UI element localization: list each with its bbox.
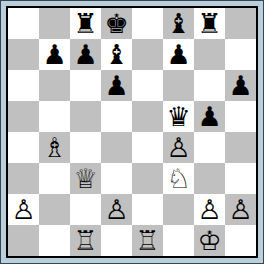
square-h3[interactable] [225, 163, 256, 194]
white-king: ♔ [197, 225, 221, 256]
black-rook: ♜ [197, 8, 221, 39]
square-a3[interactable] [8, 163, 39, 194]
black-pawn: ♟ [73, 39, 97, 70]
square-f6[interactable] [163, 70, 194, 101]
chess-board: ♜♚♝♜♟♟♝♟♟♟♛♟♗♙♕♘♙♙♙♙♖♖♔ [6, 6, 258, 258]
square-e4[interactable] [132, 132, 163, 163]
black-king: ♚ [104, 8, 128, 39]
square-b5[interactable] [39, 101, 70, 132]
white-bishop: ♗ [42, 132, 66, 163]
square-a4[interactable] [8, 132, 39, 163]
square-g6[interactable] [194, 70, 225, 101]
black-bishop: ♝ [104, 39, 128, 70]
black-rook: ♜ [73, 8, 97, 39]
square-h2[interactable]: ♙ [225, 194, 256, 225]
square-d8[interactable]: ♚ [101, 8, 132, 39]
square-e3[interactable] [132, 163, 163, 194]
square-h1[interactable] [225, 225, 256, 256]
white-pawn: ♙ [104, 194, 128, 225]
white-knight: ♘ [166, 163, 190, 194]
square-e8[interactable] [132, 8, 163, 39]
square-a7[interactable] [8, 39, 39, 70]
square-e5[interactable] [132, 101, 163, 132]
square-h5[interactable] [225, 101, 256, 132]
white-pawn: ♙ [166, 132, 190, 163]
black-pawn: ♟ [228, 70, 252, 101]
square-d4[interactable] [101, 132, 132, 163]
square-a1[interactable] [8, 225, 39, 256]
black-pawn: ♟ [104, 70, 128, 101]
square-d6[interactable]: ♟ [101, 70, 132, 101]
square-h8[interactable] [225, 8, 256, 39]
square-e1[interactable]: ♖ [132, 225, 163, 256]
square-h6[interactable]: ♟ [225, 70, 256, 101]
square-f3[interactable]: ♘ [163, 163, 194, 194]
black-queen: ♛ [166, 101, 190, 132]
square-a5[interactable] [8, 101, 39, 132]
square-b8[interactable] [39, 8, 70, 39]
square-f7[interactable]: ♟ [163, 39, 194, 70]
square-b3[interactable] [39, 163, 70, 194]
square-b6[interactable] [39, 70, 70, 101]
square-c1[interactable]: ♖ [70, 225, 101, 256]
square-b2[interactable] [39, 194, 70, 225]
square-b4[interactable]: ♗ [39, 132, 70, 163]
chess-diagram: ♜♚♝♜♟♟♝♟♟♟♛♟♗♙♕♘♙♙♙♙♖♖♔ [0, 0, 264, 264]
white-pawn: ♙ [228, 194, 252, 225]
white-rook: ♖ [73, 225, 97, 256]
square-f1[interactable] [163, 225, 194, 256]
black-bishop: ♝ [166, 8, 190, 39]
square-g1[interactable]: ♔ [194, 225, 225, 256]
square-e6[interactable] [132, 70, 163, 101]
square-a8[interactable] [8, 8, 39, 39]
square-g3[interactable] [194, 163, 225, 194]
square-g8[interactable]: ♜ [194, 8, 225, 39]
square-g5[interactable]: ♟ [194, 101, 225, 132]
square-g7[interactable] [194, 39, 225, 70]
square-c4[interactable] [70, 132, 101, 163]
white-queen: ♕ [73, 163, 97, 194]
square-g4[interactable] [194, 132, 225, 163]
square-b7[interactable]: ♟ [39, 39, 70, 70]
white-rook: ♖ [135, 225, 159, 256]
square-f8[interactable]: ♝ [163, 8, 194, 39]
square-d5[interactable] [101, 101, 132, 132]
square-g2[interactable]: ♙ [194, 194, 225, 225]
square-c8[interactable]: ♜ [70, 8, 101, 39]
square-d7[interactable]: ♝ [101, 39, 132, 70]
square-c7[interactable]: ♟ [70, 39, 101, 70]
square-d2[interactable]: ♙ [101, 194, 132, 225]
black-pawn: ♟ [197, 101, 221, 132]
white-pawn: ♙ [11, 194, 35, 225]
square-e2[interactable] [132, 194, 163, 225]
square-f2[interactable] [163, 194, 194, 225]
square-d3[interactable] [101, 163, 132, 194]
square-h4[interactable] [225, 132, 256, 163]
square-f4[interactable]: ♙ [163, 132, 194, 163]
square-a6[interactable] [8, 70, 39, 101]
black-pawn: ♟ [166, 39, 190, 70]
square-c5[interactable] [70, 101, 101, 132]
square-f5[interactable]: ♛ [163, 101, 194, 132]
square-c6[interactable] [70, 70, 101, 101]
square-e7[interactable] [132, 39, 163, 70]
square-c3[interactable]: ♕ [70, 163, 101, 194]
square-d1[interactable] [101, 225, 132, 256]
square-c2[interactable] [70, 194, 101, 225]
square-b1[interactable] [39, 225, 70, 256]
square-a2[interactable]: ♙ [8, 194, 39, 225]
square-h7[interactable] [225, 39, 256, 70]
black-pawn: ♟ [42, 39, 66, 70]
white-pawn: ♙ [197, 194, 221, 225]
